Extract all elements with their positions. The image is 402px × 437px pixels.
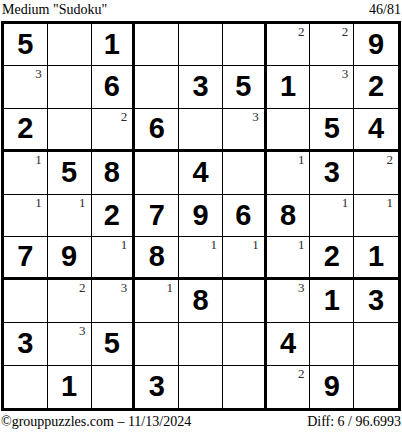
cell-r2c4[interactable]	[135, 66, 179, 109]
cell-r6c2[interactable]: 9	[48, 237, 92, 280]
pencil-mark: 1	[387, 196, 394, 209]
cell-r7c3[interactable]: 3	[92, 280, 136, 323]
cell-r1c3[interactable]: 1	[92, 24, 136, 67]
cell-r8c5[interactable]	[179, 323, 223, 366]
cell-r8c6[interactable]	[223, 323, 267, 366]
header: Medium "Sudoku" 46/81	[0, 0, 402, 21]
cell-r1c1[interactable]: 5	[4, 24, 48, 67]
given-digit: 4	[192, 158, 208, 188]
cell-r1c9[interactable]: 9	[354, 24, 398, 67]
pencil-mark: 1	[167, 281, 174, 294]
given-digit: 8	[149, 242, 165, 272]
given-digit: 3	[17, 329, 33, 359]
cell-r4c9[interactable]: 2	[354, 152, 398, 195]
cell-r7c5[interactable]: 8	[179, 280, 223, 323]
given-digit: 7	[149, 201, 165, 231]
pencil-mark: 1	[35, 153, 42, 166]
cell-r2c9[interactable]: 2	[354, 66, 398, 109]
cell-r8c2[interactable]: 3	[48, 323, 92, 366]
cell-r9c3[interactable]	[92, 366, 136, 409]
cell-r4c2[interactable]: 5	[48, 152, 92, 195]
given-digit: 8	[104, 158, 120, 188]
cell-r6c8[interactable]: 2	[310, 237, 354, 280]
cell-r7c4[interactable]: 1	[135, 280, 179, 323]
given-digit: 4	[368, 114, 384, 144]
cell-r4c3[interactable]: 8	[92, 152, 136, 195]
pencil-mark: 3	[35, 67, 42, 80]
cell-r7c6[interactable]	[223, 280, 267, 323]
page-title: Medium "Sudoku"	[2, 1, 107, 18]
given-digit: 2	[368, 72, 384, 102]
cell-r4c8[interactable]: 3	[310, 152, 354, 195]
cell-r5c5[interactable]: 9	[179, 195, 223, 238]
given-digit: 3	[192, 72, 208, 102]
given-digit: 2	[324, 242, 340, 272]
cell-r4c5[interactable]: 4	[179, 152, 223, 195]
given-digit: 9	[368, 30, 384, 60]
pencil-mark: 1	[121, 238, 128, 251]
given-digit: 1	[61, 372, 77, 402]
given-digit: 5	[17, 30, 33, 60]
cell-r2c2[interactable]	[48, 66, 92, 109]
given-digit: 1	[368, 242, 384, 272]
given-digit: 7	[17, 242, 33, 272]
cell-r5c8[interactable]: 1	[310, 195, 354, 238]
cell-r9c8[interactable]: 9	[310, 366, 354, 409]
cell-r7c7[interactable]: 3	[267, 280, 311, 323]
cell-r9c7[interactable]: 2	[267, 366, 311, 409]
given-digit: 5	[324, 114, 340, 144]
pencil-mark: 2	[387, 153, 394, 166]
given-digit: 9	[192, 201, 208, 231]
cell-r7c2[interactable]: 2	[48, 280, 92, 323]
cell-r4c7[interactable]: 1	[267, 152, 311, 195]
cell-r1c7[interactable]: 2	[267, 24, 311, 67]
progress-counter: 46/81	[369, 1, 401, 18]
cell-r5c4[interactable]: 7	[135, 195, 179, 238]
pencil-mark: 3	[79, 324, 86, 337]
given-digit: 6	[104, 72, 120, 102]
pencil-mark: 3	[298, 281, 305, 294]
cell-r2c5[interactable]: 3	[179, 66, 223, 109]
cell-r6c9[interactable]: 1	[354, 237, 398, 280]
sudoku-page: Medium "Sudoku" 46/81 512293635132226354…	[0, 0, 402, 437]
given-digit: 8	[192, 286, 208, 316]
given-digit: 1	[324, 286, 340, 316]
cell-r1c4[interactable]	[135, 24, 179, 67]
cell-r1c6[interactable]	[223, 24, 267, 67]
pencil-mark: 2	[298, 367, 305, 380]
given-digit: 2	[104, 201, 120, 231]
given-digit: 8	[280, 201, 296, 231]
cell-r9c2[interactable]: 1	[48, 366, 92, 409]
cell-r2c3[interactable]: 6	[92, 66, 136, 109]
cell-r1c8[interactable]: 2	[310, 24, 354, 67]
cell-r4c6[interactable]	[223, 152, 267, 195]
given-digit: 1	[280, 72, 296, 102]
cell-r9c6[interactable]	[223, 366, 267, 409]
given-digit: 3	[368, 286, 384, 316]
given-digit: 5	[235, 72, 251, 102]
given-digit: 5	[104, 329, 120, 359]
sudoku-board: 5122936351322263541584132112796811791811…	[1, 21, 401, 412]
cell-r6c5[interactable]: 1	[179, 237, 223, 280]
cell-r5c9[interactable]: 1	[354, 195, 398, 238]
given-digit: 3	[324, 158, 340, 188]
pencil-mark: 1	[342, 196, 349, 209]
pencil-mark: 3	[252, 110, 259, 123]
cell-r7c1[interactable]	[4, 280, 48, 323]
cell-r5c2[interactable]: 1	[48, 195, 92, 238]
cell-r8c9[interactable]	[354, 323, 398, 366]
pencil-mark: 1	[298, 153, 305, 166]
cell-r3c9[interactable]: 4	[354, 109, 398, 152]
pencil-mark: 2	[121, 110, 128, 123]
given-digit: 6	[235, 201, 251, 231]
cell-r6c6[interactable]: 1	[223, 237, 267, 280]
cell-r9c9[interactable]	[354, 366, 398, 409]
cell-r3c8[interactable]: 5	[310, 109, 354, 152]
difficulty-label: Diff: 6 / 96.6993	[307, 414, 401, 430]
cell-r6c1[interactable]: 7	[4, 237, 48, 280]
given-digit: 6	[149, 114, 165, 144]
cell-r9c1[interactable]	[4, 366, 48, 409]
given-digit: 9	[324, 372, 340, 402]
cell-r8c4[interactable]	[135, 323, 179, 366]
given-digit: 3	[149, 372, 165, 402]
cell-r8c7[interactable]: 4	[267, 323, 311, 366]
cell-r6c3[interactable]: 1	[92, 237, 136, 280]
cell-r2c6[interactable]: 5	[223, 66, 267, 109]
pencil-mark: 2	[298, 25, 305, 38]
cell-r7c9[interactable]: 3	[354, 280, 398, 323]
cell-r6c4[interactable]: 8	[135, 237, 179, 280]
cell-r6c7[interactable]: 1	[267, 237, 311, 280]
cell-r8c3[interactable]: 5	[92, 323, 136, 366]
pencil-mark: 3	[342, 67, 349, 80]
given-digit: 9	[61, 242, 77, 272]
pencil-mark: 3	[121, 281, 128, 294]
given-digit: 4	[280, 329, 296, 359]
cell-r9c5[interactable]	[179, 366, 223, 409]
pencil-mark: 1	[210, 238, 217, 251]
cell-r2c1[interactable]: 3	[4, 66, 48, 109]
copyright-credit: ©grouppuzzles.com – 11/13/2024	[1, 414, 191, 430]
pencil-mark: 1	[298, 238, 305, 251]
pencil-mark: 1	[252, 238, 259, 251]
cell-r7c8[interactable]: 1	[310, 280, 354, 323]
cell-r5c3[interactable]: 2	[92, 195, 136, 238]
cell-r3c1[interactable]: 2	[4, 109, 48, 152]
cell-r5c1[interactable]: 1	[4, 195, 48, 238]
cell-r3c3[interactable]: 2	[92, 109, 136, 152]
cell-r2c7[interactable]: 1	[267, 66, 311, 109]
cell-r3c4[interactable]: 6	[135, 109, 179, 152]
given-digit: 5	[61, 158, 77, 188]
cell-r5c7[interactable]: 8	[267, 195, 311, 238]
cell-r3c5[interactable]	[179, 109, 223, 152]
cell-r3c6[interactable]: 3	[223, 109, 267, 152]
cell-r3c7[interactable]	[267, 109, 311, 152]
cell-r8c8[interactable]	[310, 323, 354, 366]
pencil-mark: 1	[35, 196, 42, 209]
cell-r4c1[interactable]: 1	[4, 152, 48, 195]
cell-r2c8[interactable]: 3	[310, 66, 354, 109]
cell-r1c2[interactable]	[48, 24, 92, 67]
pencil-mark: 2	[79, 281, 86, 294]
footer: ©grouppuzzles.com – 11/13/2024 Diff: 6 /…	[0, 411, 402, 437]
cell-r5c6[interactable]: 6	[223, 195, 267, 238]
pencil-mark: 1	[79, 196, 86, 209]
given-digit: 1	[104, 30, 120, 60]
given-digit: 2	[17, 114, 33, 144]
cell-r4c4[interactable]	[135, 152, 179, 195]
cell-r3c2[interactable]	[48, 109, 92, 152]
cell-r8c1[interactable]: 3	[4, 323, 48, 366]
pencil-mark: 2	[342, 25, 349, 38]
cell-r1c5[interactable]	[179, 24, 223, 67]
cell-r9c4[interactable]: 3	[135, 366, 179, 409]
